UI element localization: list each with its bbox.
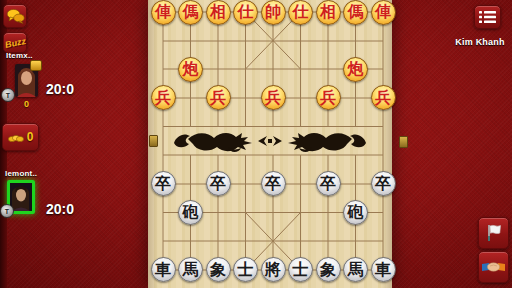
piece-white-車[interactable]: 車 xyxy=(371,257,396,282)
piece-red-兵[interactable]: 兵 xyxy=(316,85,341,110)
player-top-timer: 20:0 xyxy=(46,81,74,97)
river-seal-left xyxy=(149,135,158,147)
river-center-ornament xyxy=(258,136,282,146)
piece-white-砲[interactable]: 砲 xyxy=(178,200,203,225)
piece-red-炮[interactable]: 炮 xyxy=(343,57,368,82)
white-flag-icon xyxy=(484,223,504,243)
piece-white-象[interactable]: 象 xyxy=(206,257,231,282)
player-bottom-timer: 20:0 xyxy=(46,201,74,217)
piece-white-卒[interactable]: 卒 xyxy=(371,171,396,196)
list-menu-icon xyxy=(479,10,496,24)
piece-white-車[interactable]: 車 xyxy=(151,257,176,282)
river-dragon-right xyxy=(288,133,366,152)
piece-red-仕[interactable]: 仕 xyxy=(233,0,258,25)
coins-value: 0 xyxy=(27,130,34,144)
coins-icon xyxy=(8,131,24,143)
piece-red-傌[interactable]: 傌 xyxy=(343,0,368,25)
xiangqi-board[interactable]: 俥傌相仕帥仕相傌俥炮炮兵兵兵兵兵卒卒卒卒卒砲砲車馬象士將士象馬車 xyxy=(148,0,392,288)
piece-red-仕[interactable]: 仕 xyxy=(288,0,313,25)
piece-red-相[interactable]: 相 xyxy=(316,0,341,25)
player-top-name: Itemx.. xyxy=(6,51,33,60)
opponent-name: Kim Khanh xyxy=(450,37,510,47)
piece-white-砲[interactable]: 砲 xyxy=(343,200,368,225)
handshake-icon xyxy=(482,260,505,275)
player-bottom-portrait xyxy=(10,183,32,211)
piece-white-卒[interactable]: 卒 xyxy=(316,171,341,196)
menu-button[interactable] xyxy=(474,5,501,29)
draw-offer-button[interactable] xyxy=(478,251,509,283)
chat-button[interactable] xyxy=(3,4,27,28)
piece-red-炮[interactable]: 炮 xyxy=(178,57,203,82)
piece-red-俥[interactable]: 俥 xyxy=(371,0,396,25)
buzz-button[interactable]: Buzz xyxy=(3,32,27,53)
player-top-rank-badge: T xyxy=(1,88,15,102)
piece-red-兵[interactable]: 兵 xyxy=(151,85,176,110)
river-dragon-left xyxy=(174,133,252,152)
player-bottom-name: lemont.. xyxy=(5,169,37,178)
piece-red-相[interactable]: 相 xyxy=(206,0,231,25)
player-top-score: 0 xyxy=(15,99,38,109)
piece-red-兵[interactable]: 兵 xyxy=(371,85,396,110)
piece-white-將[interactable]: 將 xyxy=(261,257,286,282)
piece-red-帥[interactable]: 帥 xyxy=(261,0,286,25)
piece-white-卒[interactable]: 卒 xyxy=(151,171,176,196)
piece-red-俥[interactable]: 俥 xyxy=(151,0,176,25)
river-seal-right xyxy=(399,136,408,148)
piece-white-象[interactable]: 象 xyxy=(316,257,341,282)
piece-white-卒[interactable]: 卒 xyxy=(206,171,231,196)
game-screen: 俥傌相仕帥仕相傌俥炮炮兵兵兵兵兵卒卒卒卒卒砲砲車馬象士將士象馬車 Buzz It… xyxy=(0,0,512,288)
chat-bubbles-icon xyxy=(6,8,25,24)
buzz-button-label: Buzz xyxy=(4,35,27,49)
piece-red-兵[interactable]: 兵 xyxy=(261,85,286,110)
piece-red-傌[interactable]: 傌 xyxy=(178,0,203,25)
item-badge-icon xyxy=(30,60,42,71)
resign-button[interactable] xyxy=(478,217,509,249)
player-bottom-rank-badge: T xyxy=(0,204,14,218)
board-grid xyxy=(148,0,392,288)
coins-button[interactable]: 0 xyxy=(2,123,39,151)
piece-white-卒[interactable]: 卒 xyxy=(261,171,286,196)
piece-red-兵[interactable]: 兵 xyxy=(206,85,231,110)
